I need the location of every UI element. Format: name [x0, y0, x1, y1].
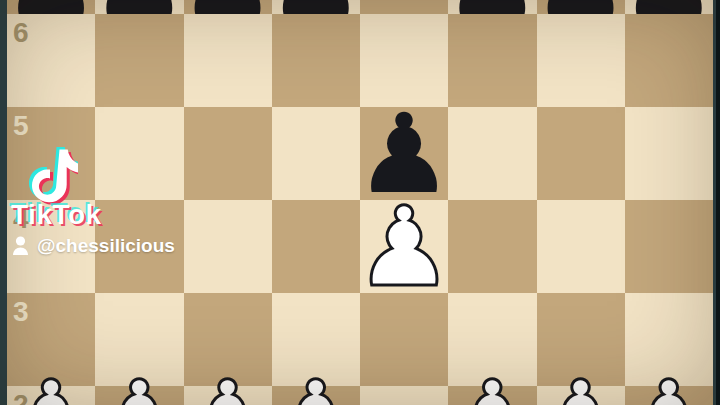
piece-white-pawn-a2[interactable]: ♟ — [7, 374, 95, 405]
rank-label-5: 5 — [13, 112, 29, 140]
square-b6[interactable] — [95, 14, 183, 107]
square-f2[interactable]: ♟ — [448, 386, 536, 405]
square-c6[interactable] — [184, 14, 272, 107]
square-c2[interactable]: ♟ — [184, 386, 272, 405]
square-h5[interactable] — [625, 107, 713, 200]
square-g5[interactable] — [537, 107, 625, 200]
square-b7[interactable]: ♟ — [95, 0, 183, 14]
piece-white-pawn-f2[interactable]: ♟ — [448, 374, 536, 405]
piece-white-pawn-d2[interactable]: ♟ — [272, 374, 360, 405]
square-e4[interactable]: ♟ — [360, 200, 448, 293]
square-d6[interactable] — [272, 14, 360, 107]
square-g4[interactable] — [537, 200, 625, 293]
square-e2[interactable] — [360, 386, 448, 405]
square-h2[interactable]: ♟ — [625, 386, 713, 405]
square-e7[interactable] — [360, 0, 448, 14]
square-h7[interactable]: ♟ — [625, 0, 713, 14]
square-b2[interactable]: ♟ — [95, 386, 183, 405]
piece-white-pawn-b2[interactable]: ♟ — [95, 374, 183, 405]
chess-board: ♟♟♟♟♟♟♟65♟4♟32♟♟♟♟♟♟♟ — [7, 0, 713, 405]
rank-label-3: 3 — [13, 298, 29, 326]
video-frame-edge — [716, 0, 720, 405]
piece-white-pawn-c2[interactable]: ♟ — [184, 374, 272, 405]
square-f5[interactable] — [448, 107, 536, 200]
square-a7[interactable]: ♟ — [7, 0, 95, 14]
square-g2[interactable]: ♟ — [537, 386, 625, 405]
square-d2[interactable]: ♟ — [272, 386, 360, 405]
square-c4[interactable] — [184, 200, 272, 293]
piece-white-pawn-g2[interactable]: ♟ — [537, 374, 625, 405]
square-h4[interactable] — [625, 200, 713, 293]
square-d5[interactable] — [272, 107, 360, 200]
square-b5[interactable] — [95, 107, 183, 200]
square-f7[interactable]: ♟ — [448, 0, 536, 14]
creator-username-row: @chessilicious — [12, 236, 175, 255]
square-g6[interactable] — [537, 14, 625, 107]
square-f6[interactable] — [448, 14, 536, 107]
square-g7[interactable]: ♟ — [537, 0, 625, 14]
square-h6[interactable] — [625, 14, 713, 107]
rank-label-6: 6 — [13, 19, 29, 47]
square-e3[interactable] — [360, 293, 448, 386]
square-a2[interactable]: 2♟ — [7, 386, 95, 405]
tiktok-wordmark: TikTok — [11, 201, 102, 229]
square-a6[interactable]: 6 — [7, 14, 95, 107]
person-icon — [12, 236, 29, 255]
square-c7[interactable]: ♟ — [184, 0, 272, 14]
square-d7[interactable]: ♟ — [272, 0, 360, 14]
piece-white-pawn-e4[interactable]: ♟ — [360, 200, 448, 293]
square-c5[interactable] — [184, 107, 272, 200]
piece-white-pawn-h2[interactable]: ♟ — [625, 374, 713, 405]
square-f4[interactable] — [448, 200, 536, 293]
tiktok-logo-icon — [29, 147, 78, 205]
video-frame: ♟♟♟♟♟♟♟65♟4♟32♟♟♟♟♟♟♟ TikTok @chessilici… — [0, 0, 720, 405]
creator-username: @chessilicious — [37, 236, 175, 255]
square-d4[interactable] — [272, 200, 360, 293]
